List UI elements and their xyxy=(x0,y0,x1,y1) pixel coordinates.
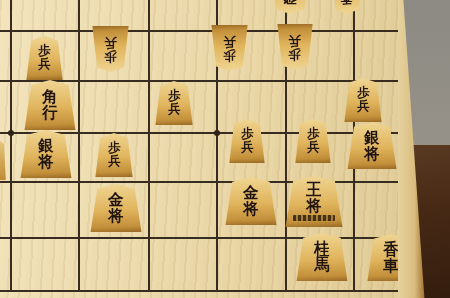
shogi-piece-sente-unknown-7g xyxy=(0,140,6,180)
shogi-piece-sente-silver-6g: 銀将 xyxy=(20,130,72,178)
piece-kanji: 兵 xyxy=(168,103,180,116)
piece-kanji: 馬 xyxy=(314,257,329,273)
shogi-piece-sente-silver-1g: 銀将 xyxy=(347,122,397,169)
grid-line-horizontal xyxy=(0,290,422,292)
shogi-piece-sente-king-2h: 王将 xyxy=(285,176,343,227)
shogi-piece-sente-pawn-6e: 歩兵 xyxy=(26,36,63,80)
grid-line-vertical xyxy=(78,0,80,290)
hoshi-star-point xyxy=(214,130,220,136)
piece-kanji: 将 xyxy=(306,198,321,214)
grid-line-vertical xyxy=(10,0,12,290)
piece-kanji: 兵 xyxy=(108,155,120,168)
grid-line-vertical xyxy=(148,0,150,290)
shogi-piece-sente-pawn-1f: 歩兵 xyxy=(344,78,382,122)
piece-kanji: 飛 xyxy=(283,0,297,4)
piece-kanji: 兵 xyxy=(289,34,301,47)
piece-kanji: 将 xyxy=(108,208,123,224)
king-maker-signature xyxy=(293,215,335,221)
piece-kanji: 兵 xyxy=(104,36,116,49)
shogi-piece-sente-gold-5h: 金将 xyxy=(90,184,142,232)
piece-kanji: 将 xyxy=(364,146,379,162)
piece-kanji: 行 xyxy=(42,105,57,121)
shogi-piece-gote-pawn-3e: 歩兵 xyxy=(211,25,248,71)
shogi-piece-gote-lance-1d: 香車 xyxy=(331,0,363,14)
piece-kanji: 兵 xyxy=(38,58,50,71)
shogi-piece-sente-pawn-2g: 歩兵 xyxy=(295,119,331,163)
piece-kanji: 兵 xyxy=(241,141,253,154)
shogi-piece-sente-bishop-6f: 角行 xyxy=(24,80,76,130)
grid-line-horizontal xyxy=(0,237,422,239)
shogi-piece-sente-pawn-4f: 歩兵 xyxy=(155,81,193,125)
piece-kanji: 香 xyxy=(341,0,353,4)
piece-kanji: 兵 xyxy=(223,35,235,48)
piece-kanji: 兵 xyxy=(357,100,369,113)
grid-line-horizontal xyxy=(0,181,422,183)
background-right-zone xyxy=(398,0,450,298)
shogi-photo-scene: 飛車香車歩兵歩兵歩兵歩兵角行歩兵歩兵銀将歩兵歩兵歩兵銀将金将金将王将桂馬香車 xyxy=(0,0,450,298)
shogi-piece-gote-pawn-2e: 歩兵 xyxy=(277,24,313,70)
piece-kanji: 車 xyxy=(383,258,398,274)
shogi-board: 飛車香車歩兵歩兵歩兵歩兵角行歩兵歩兵銀将歩兵歩兵歩兵銀将金将金将王将桂馬香車 xyxy=(0,0,450,298)
shogi-piece-sente-knight-2i: 桂馬 xyxy=(296,233,348,281)
piece-kanji: 兵 xyxy=(307,141,319,154)
grid-line-horizontal xyxy=(0,30,422,32)
shogi-piece-sente-pawn-5g: 歩兵 xyxy=(95,133,133,177)
piece-kanji: 将 xyxy=(38,154,53,170)
shogi-piece-sente-gold-3h: 金将 xyxy=(225,177,277,225)
hoshi-star-point xyxy=(8,130,14,136)
shogi-piece-sente-pawn-3g: 歩兵 xyxy=(229,119,265,163)
shogi-piece-gote-pawn-5e: 歩兵 xyxy=(92,26,129,72)
shogi-piece-gote-rook-2d: 飛車 xyxy=(270,0,310,14)
piece-kanji: 将 xyxy=(243,201,258,217)
